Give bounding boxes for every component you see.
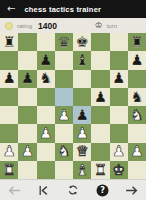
square-e5[interactable]: [73, 88, 91, 106]
black-pawn: ♟: [112, 71, 125, 86]
white-knight: ♞: [57, 144, 70, 159]
back-arrow-icon[interactable]: ←: [7, 4, 15, 14]
square-b1[interactable]: [18, 161, 36, 179]
square-g7[interactable]: [110, 51, 128, 69]
square-f4[interactable]: [91, 106, 109, 124]
square-e7[interactable]: ♝: [73, 51, 91, 69]
square-h3[interactable]: [128, 124, 146, 142]
square-c2[interactable]: [37, 143, 55, 161]
white-pawn: ♟: [39, 126, 52, 141]
square-d5[interactable]: [55, 88, 73, 106]
black-queen: ♛: [57, 34, 70, 49]
square-b8[interactable]: [18, 33, 36, 51]
square-c5[interactable]: [37, 88, 55, 106]
white-bishop: ♝: [76, 162, 89, 177]
app-window: ← chess tactics trainer rating 1400 ♔ tu…: [0, 0, 146, 200]
square-f5[interactable]: ♟: [91, 88, 109, 106]
arrow-right-icon: [125, 185, 138, 196]
square-a1[interactable]: ♜: [0, 161, 18, 179]
square-d6[interactable]: [55, 70, 73, 88]
square-g6[interactable]: ♟: [110, 70, 128, 88]
square-g4[interactable]: [110, 106, 128, 124]
square-h4[interactable]: ♞: [128, 106, 146, 124]
square-e3[interactable]: ♟: [73, 124, 91, 142]
white-pawn: ♟: [112, 144, 125, 159]
square-a7[interactable]: [0, 51, 18, 69]
square-e4[interactable]: ♟: [73, 106, 91, 124]
square-a4[interactable]: [0, 106, 18, 124]
square-a8[interactable]: ♜: [0, 33, 18, 51]
black-pawn: ♟: [76, 107, 89, 122]
square-h7[interactable]: ♟: [128, 51, 146, 69]
square-d2[interactable]: ♞: [55, 143, 73, 161]
white-king: ♚: [112, 162, 125, 177]
square-c7[interactable]: ♟: [37, 51, 55, 69]
white-pawn: ♟: [3, 144, 16, 159]
chess-board: ♜♛♚♜♟♝♟♟♟♞♟♟♞♟♟♞♟♟♟♟♞♛♟♟♜♝♜♚: [0, 33, 146, 179]
square-d1[interactable]: [55, 161, 73, 179]
skip-to-start-icon: [38, 185, 49, 196]
square-d4[interactable]: ♟: [55, 106, 73, 124]
square-g3[interactable]: [110, 124, 128, 142]
square-g8[interactable]: [110, 33, 128, 51]
black-pawn: ♟: [3, 71, 16, 86]
white-pawn: ♟: [130, 144, 143, 159]
square-h1[interactable]: [128, 161, 146, 179]
square-b6[interactable]: ♟: [18, 70, 36, 88]
square-d3[interactable]: [55, 124, 73, 142]
square-h8[interactable]: ♜: [128, 33, 146, 51]
hint-button[interactable]: ?: [94, 182, 110, 198]
black-pawn: ♟: [94, 89, 107, 104]
app-header: ← chess tactics trainer: [0, 0, 146, 18]
rating-coin-icon: [5, 22, 13, 30]
square-c1[interactable]: [37, 161, 55, 179]
square-e8[interactable]: ♚: [73, 33, 91, 51]
black-bishop: ♝: [76, 53, 89, 68]
square-d7[interactable]: [55, 51, 73, 69]
black-knight: ♞: [39, 71, 52, 86]
square-h2[interactable]: ♟: [128, 143, 146, 161]
black-knight: ♞: [130, 89, 143, 104]
white-rook: ♜: [94, 162, 107, 177]
question-mark-icon: ?: [96, 184, 109, 197]
square-a2[interactable]: ♟: [0, 143, 18, 161]
square-b2[interactable]: ♟: [18, 143, 36, 161]
square-c4[interactable]: [37, 106, 55, 124]
square-g1[interactable]: ♚: [110, 161, 128, 179]
square-h6[interactable]: [128, 70, 146, 88]
square-f8[interactable]: [91, 33, 109, 51]
square-f1[interactable]: ♜: [91, 161, 109, 179]
bottom-toolbar: ?: [0, 179, 146, 200]
white-queen: ♛: [76, 144, 89, 159]
square-h5[interactable]: ♞: [128, 88, 146, 106]
square-f3[interactable]: [91, 124, 109, 142]
square-f2[interactable]: [91, 143, 109, 161]
arrow-left-icon: [8, 185, 21, 196]
square-d8[interactable]: ♛: [55, 33, 73, 51]
square-a5[interactable]: [0, 88, 18, 106]
square-b5[interactable]: [18, 88, 36, 106]
square-b7[interactable]: [18, 51, 36, 69]
status-bar: rating 1400 ♔ turn: [0, 18, 146, 33]
square-f7[interactable]: [91, 51, 109, 69]
skip-to-start-button[interactable]: [36, 182, 52, 198]
white-rook: ♜: [3, 162, 16, 177]
black-rook: ♜: [3, 34, 16, 49]
square-c3[interactable]: ♟: [37, 124, 55, 142]
white-pawn: ♟: [57, 107, 70, 122]
rating-label: rating: [17, 23, 32, 29]
square-c8[interactable]: [37, 33, 55, 51]
square-a3[interactable]: [0, 124, 18, 142]
previous-move-button[interactable]: [7, 182, 23, 198]
square-e2[interactable]: ♛: [73, 143, 91, 161]
white-knight: ♞: [130, 107, 143, 122]
square-g2[interactable]: ♟: [110, 143, 128, 161]
white-pawn: ♟: [21, 144, 34, 159]
square-g5[interactable]: [110, 88, 128, 106]
rating-value: 1400: [38, 21, 57, 31]
square-a6[interactable]: ♟: [0, 70, 18, 88]
refresh-icon: [67, 184, 79, 196]
white-king-turn-icon: ♔: [95, 21, 103, 30]
turn-label: turn: [107, 23, 117, 29]
svg-text:?: ?: [100, 185, 105, 195]
page-title: chess tactics trainer: [24, 5, 101, 14]
white-pawn: ♟: [76, 126, 89, 141]
black-rook: ♜: [130, 34, 143, 49]
black-pawn: ♟: [130, 53, 143, 68]
black-pawn: ♟: [39, 53, 52, 68]
square-e1[interactable]: ♝: [73, 161, 91, 179]
black-pawn: ♟: [21, 71, 34, 86]
square-f6[interactable]: [91, 70, 109, 88]
black-king: ♚: [76, 34, 89, 49]
square-e6[interactable]: [73, 70, 91, 88]
square-b4[interactable]: [18, 106, 36, 124]
next-move-button[interactable]: [123, 182, 139, 198]
square-b3[interactable]: [18, 124, 36, 142]
square-c6[interactable]: ♞: [37, 70, 55, 88]
restart-button[interactable]: [65, 182, 81, 198]
